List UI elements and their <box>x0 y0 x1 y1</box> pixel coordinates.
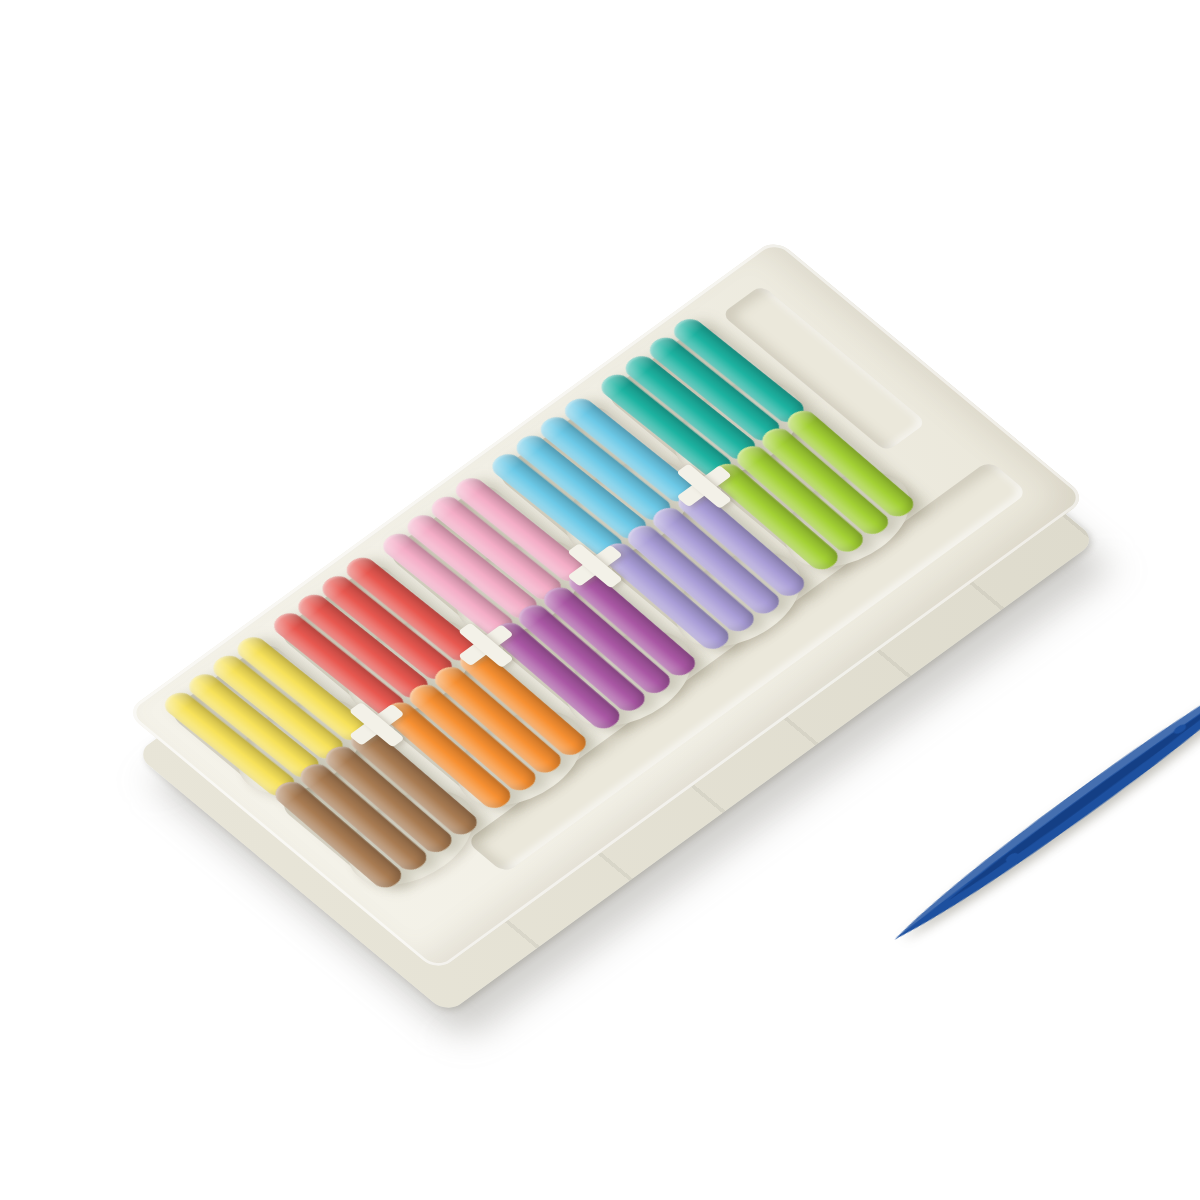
product-photo <box>0 0 1200 1200</box>
